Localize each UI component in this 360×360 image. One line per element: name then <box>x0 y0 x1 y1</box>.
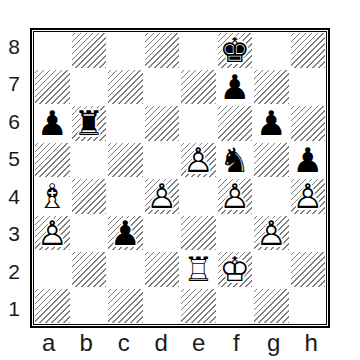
rank-label-6: 6 <box>0 103 28 141</box>
square-g3[interactable]: ♟♙ <box>253 215 290 252</box>
square-c5[interactable] <box>107 142 144 179</box>
square-h4[interactable]: ♟♙ <box>290 178 327 215</box>
piece-glyph: ♖ <box>183 252 213 286</box>
square-b7[interactable] <box>71 69 108 106</box>
square-a3[interactable]: ♟♙ <box>34 215 71 252</box>
file-label-d: d <box>143 329 181 357</box>
piece-glyph: ♟ <box>220 70 250 104</box>
square-e4[interactable] <box>180 178 217 215</box>
square-e8[interactable] <box>180 32 217 69</box>
rank-label-7: 7 <box>0 66 28 104</box>
piece-glyph: ♟ <box>37 106 67 140</box>
file-label-c: c <box>105 329 143 357</box>
square-d5[interactable] <box>144 142 181 179</box>
square-d4[interactable]: ♟♙ <box>144 178 181 215</box>
square-f3[interactable] <box>217 215 254 252</box>
piece-glyph: ♞ <box>220 143 250 177</box>
square-d8[interactable] <box>144 32 181 69</box>
square-d7[interactable] <box>144 69 181 106</box>
square-h5[interactable]: ♟♟ <box>290 142 327 179</box>
rank-label-2: 2 <box>0 253 28 291</box>
piece-glyph: ♙ <box>220 179 250 213</box>
piece-glyph: ♙ <box>183 143 213 177</box>
rank-labels: 87654321 <box>0 28 28 328</box>
rank-label-4: 4 <box>0 178 28 216</box>
black-pawn[interactable]: ♟♟ <box>253 105 290 142</box>
square-c1[interactable] <box>107 288 144 325</box>
piece-glyph: ♚ <box>220 33 250 67</box>
square-c8[interactable] <box>107 32 144 69</box>
square-a2[interactable] <box>34 251 71 288</box>
file-label-a: a <box>30 329 68 357</box>
square-h6[interactable] <box>290 105 327 142</box>
square-d3[interactable] <box>144 215 181 252</box>
square-f7[interactable]: ♟♟ <box>217 69 254 106</box>
piece-glyph: ♙ <box>147 179 177 213</box>
white-pawn[interactable]: ♟♙ <box>144 178 181 215</box>
rank-label-5: 5 <box>0 141 28 179</box>
black-pawn[interactable]: ♟♟ <box>34 105 71 142</box>
square-c3[interactable]: ♟♟ <box>107 215 144 252</box>
chess-board: ♚♚♟♟♟♟♜♜♟♟♟♙♞♞♟♟♝♗♟♙♟♙♟♙♟♙♟♟♟♙♜♖♚♔ <box>33 31 327 325</box>
white-bishop[interactable]: ♝♗ <box>34 178 71 215</box>
square-f2[interactable]: ♚♔ <box>217 251 254 288</box>
black-pawn[interactable]: ♟♟ <box>217 69 254 106</box>
square-g4[interactable] <box>253 178 290 215</box>
square-h3[interactable] <box>290 215 327 252</box>
black-pawn[interactable]: ♟♟ <box>107 215 144 252</box>
square-f4[interactable]: ♟♙ <box>217 178 254 215</box>
square-a1[interactable] <box>34 288 71 325</box>
square-b3[interactable] <box>71 215 108 252</box>
square-a7[interactable] <box>34 69 71 106</box>
square-f5[interactable]: ♞♞ <box>217 142 254 179</box>
square-b2[interactable] <box>71 251 108 288</box>
square-f1[interactable] <box>217 288 254 325</box>
square-g6[interactable]: ♟♟ <box>253 105 290 142</box>
square-c2[interactable] <box>107 251 144 288</box>
piece-glyph: ♙ <box>293 179 323 213</box>
square-h2[interactable] <box>290 251 327 288</box>
file-label-h: h <box>293 329 331 357</box>
square-g8[interactable] <box>253 32 290 69</box>
square-e7[interactable] <box>180 69 217 106</box>
square-f6[interactable] <box>217 105 254 142</box>
white-rook[interactable]: ♜♖ <box>180 251 217 288</box>
piece-glyph: ♗ <box>37 179 67 213</box>
file-label-b: b <box>68 329 106 357</box>
square-d1[interactable] <box>144 288 181 325</box>
square-e5[interactable]: ♟♙ <box>180 142 217 179</box>
file-label-f: f <box>218 329 256 357</box>
piece-glyph: ♔ <box>220 252 250 286</box>
square-a4[interactable]: ♝♗ <box>34 178 71 215</box>
white-pawn[interactable]: ♟♙ <box>253 215 290 252</box>
square-a8[interactable] <box>34 32 71 69</box>
piece-glyph: ♙ <box>37 216 67 250</box>
black-rook[interactable]: ♜♜ <box>71 105 108 142</box>
white-king[interactable]: ♚♔ <box>217 251 254 288</box>
square-b8[interactable] <box>71 32 108 69</box>
white-pawn[interactable]: ♟♙ <box>180 142 217 179</box>
square-g7[interactable] <box>253 69 290 106</box>
rank-label-3: 3 <box>0 216 28 254</box>
square-g1[interactable] <box>253 288 290 325</box>
white-pawn[interactable]: ♟♙ <box>290 178 327 215</box>
piece-glyph: ♜ <box>74 106 104 140</box>
square-a5[interactable] <box>34 142 71 179</box>
file-label-g: g <box>255 329 293 357</box>
square-h7[interactable] <box>290 69 327 106</box>
square-f8[interactable]: ♚♚ <box>217 32 254 69</box>
file-labels: abcdefgh <box>30 329 330 357</box>
square-h1[interactable] <box>290 288 327 325</box>
square-g5[interactable] <box>253 142 290 179</box>
square-h8[interactable] <box>290 32 327 69</box>
chess-diagram: 87654321 ♚♚♟♟♟♟♜♜♟♟♟♙♞♞♟♟♝♗♟♙♟♙♟♙♟♙♟♟♟♙♜… <box>0 0 360 360</box>
piece-glyph: ♟ <box>110 216 140 250</box>
file-label-e: e <box>180 329 218 357</box>
white-pawn[interactable]: ♟♙ <box>34 215 71 252</box>
black-knight[interactable]: ♞♞ <box>217 142 254 179</box>
square-d2[interactable] <box>144 251 181 288</box>
rank-label-8: 8 <box>0 28 28 66</box>
piece-glyph: ♙ <box>256 216 286 250</box>
square-a6[interactable]: ♟♟ <box>34 105 71 142</box>
square-c6[interactable] <box>107 105 144 142</box>
square-e6[interactable] <box>180 105 217 142</box>
white-pawn[interactable]: ♟♙ <box>217 178 254 215</box>
square-b6[interactable]: ♜♜ <box>71 105 108 142</box>
square-e1[interactable] <box>180 288 217 325</box>
black-king[interactable]: ♚♚ <box>217 32 254 69</box>
black-pawn[interactable]: ♟♟ <box>290 142 327 179</box>
rank-label-1: 1 <box>0 291 28 329</box>
piece-glyph: ♟ <box>256 106 286 140</box>
square-g2[interactable] <box>253 251 290 288</box>
square-d6[interactable] <box>144 105 181 142</box>
square-c7[interactable] <box>107 69 144 106</box>
square-e3[interactable] <box>180 215 217 252</box>
square-b1[interactable] <box>71 288 108 325</box>
square-e2[interactable]: ♜♖ <box>180 251 217 288</box>
square-c4[interactable] <box>107 178 144 215</box>
square-b5[interactable] <box>71 142 108 179</box>
piece-glyph: ♟ <box>293 143 323 177</box>
square-b4[interactable] <box>71 178 108 215</box>
board-frame: ♚♚♟♟♟♟♜♜♟♟♟♙♞♞♟♟♝♗♟♙♟♙♟♙♟♙♟♟♟♙♜♖♚♔ <box>30 28 330 328</box>
